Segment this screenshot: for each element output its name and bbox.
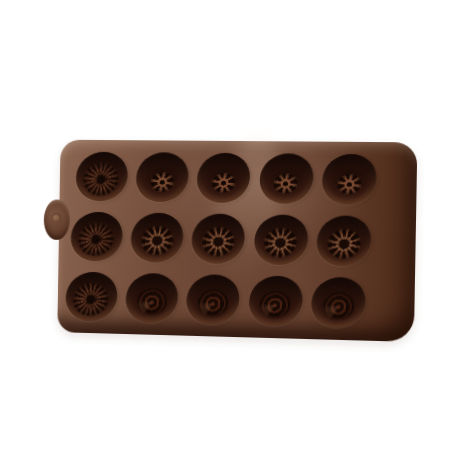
mold-cell-r1c4 (252, 147, 320, 209)
cavity-daisy (320, 153, 379, 204)
mold-cell-r2c2 (124, 207, 190, 269)
spiral-chrysanthemum-relief (77, 223, 115, 256)
sunflower-star-relief (326, 230, 361, 260)
cavity-sunflower (315, 215, 373, 266)
mold-cell-r3c2 (119, 267, 185, 329)
mold-cell-r3c3 (180, 269, 247, 332)
mold-cell-r1c5 (315, 148, 384, 211)
spiral-chrysanthemum-relief (72, 283, 110, 316)
rose-swirl-relief (136, 289, 168, 316)
cavity-daisy (258, 153, 316, 204)
sunflower-star-relief (263, 229, 298, 259)
cavity-spiral (74, 151, 130, 201)
cavity-daisy (196, 152, 253, 202)
mold-cell-r1c1 (69, 146, 135, 207)
mold-cell-r3c5 (304, 271, 373, 334)
mold-cell-r3c4 (242, 270, 310, 333)
cavity-spiral (63, 272, 118, 322)
tab-hole (51, 213, 61, 223)
rose-swirl-relief (259, 291, 292, 319)
cavity-rose (124, 273, 180, 324)
cavity-rose (247, 276, 305, 327)
mold-cell-r2c4 (247, 209, 315, 272)
mold-cell-r1c3 (190, 147, 257, 209)
mold-cell-r2c3 (185, 208, 252, 270)
cavity-grid (58, 146, 384, 335)
chocolate-mold (57, 140, 417, 342)
cavity-rose (310, 277, 368, 329)
rose-swirl-relief (197, 290, 229, 318)
cavity-sunflower (129, 212, 185, 262)
small-daisy-relief (211, 172, 236, 192)
small-daisy-relief (337, 174, 362, 194)
mold-cell-r1c2 (129, 146, 196, 208)
rose-swirl-relief (322, 293, 355, 321)
sunflower-star-relief (201, 227, 235, 256)
mold-cell-r3c1 (58, 266, 124, 328)
cavity-spiral (69, 212, 125, 262)
cavity-sunflower (190, 213, 247, 264)
mold-cell-r2c1 (64, 206, 130, 267)
small-daisy-relief (274, 173, 299, 193)
photo-background (0, 0, 457, 457)
mold-cell-r2c5 (310, 209, 379, 272)
cavity-daisy (134, 152, 190, 202)
spiral-chrysanthemum-relief (82, 163, 120, 196)
cavity-rose (185, 274, 242, 325)
cavity-sunflower (252, 214, 310, 265)
sunflower-star-relief (140, 226, 174, 255)
small-daisy-relief (150, 172, 174, 192)
